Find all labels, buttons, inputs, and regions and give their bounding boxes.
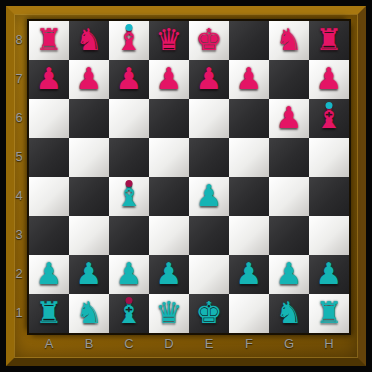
square-g2[interactable]: ♟: [269, 255, 309, 294]
file-label-c: C: [109, 336, 149, 351]
black-pawn-b7[interactable]: ♟: [69, 60, 109, 99]
white-bishop-tip-icon: [126, 297, 133, 304]
white-bishop-tip-icon: [126, 180, 133, 187]
square-e8[interactable]: ♚: [189, 21, 229, 60]
rank-label-6: 6: [11, 110, 27, 125]
black-rook-h8[interactable]: ♜: [309, 21, 349, 60]
square-f4[interactable]: [229, 177, 269, 216]
white-rook-a1[interactable]: ♜: [29, 294, 69, 333]
white-pawn-e4[interactable]: ♟: [189, 177, 229, 216]
white-pawn-a2[interactable]: ♟: [29, 255, 69, 294]
black-queen-d8[interactable]: ♛: [149, 21, 189, 60]
square-e2[interactable]: [189, 255, 229, 294]
black-knight-b8[interactable]: ♞: [69, 21, 109, 60]
square-h2[interactable]: ♟: [309, 255, 349, 294]
white-queen-d1[interactable]: ♛: [149, 294, 189, 333]
square-e3[interactable]: [189, 216, 229, 255]
chess-board: ♜♞♝♛♚♞♜♟♟♟♟♟♟♟♟♝♝♟♟♟♟♟♟♟♟♜♞♝♛♚♞♜: [29, 21, 349, 333]
square-d6[interactable]: [149, 99, 189, 138]
black-pawn-d7[interactable]: ♟: [149, 60, 189, 99]
square-c2[interactable]: ♟: [109, 255, 149, 294]
file-label-h: H: [309, 336, 349, 351]
white-king-e1[interactable]: ♚: [189, 294, 229, 333]
square-h5[interactable]: [309, 138, 349, 177]
white-pawn-h2[interactable]: ♟: [309, 255, 349, 294]
square-e5[interactable]: [189, 138, 229, 177]
square-a2[interactable]: ♟: [29, 255, 69, 294]
square-b5[interactable]: [69, 138, 109, 177]
white-knight-b1[interactable]: ♞: [69, 294, 109, 333]
square-a3[interactable]: [29, 216, 69, 255]
black-pawn-h7[interactable]: ♟: [309, 60, 349, 99]
square-e6[interactable]: [189, 99, 229, 138]
square-e1[interactable]: ♚: [189, 294, 229, 333]
black-knight-g8[interactable]: ♞: [269, 21, 309, 60]
square-c3[interactable]: [109, 216, 149, 255]
square-g6[interactable]: ♟: [269, 99, 309, 138]
square-c8[interactable]: ♝: [109, 21, 149, 60]
square-g4[interactable]: [269, 177, 309, 216]
square-b4[interactable]: [69, 177, 109, 216]
rank-label-1: 1: [11, 305, 27, 320]
rank-label-8: 8: [11, 32, 27, 47]
black-pawn-f7[interactable]: ♟: [229, 60, 269, 99]
square-f8[interactable]: [229, 21, 269, 60]
square-a7[interactable]: ♟: [29, 60, 69, 99]
square-h1[interactable]: ♜: [309, 294, 349, 333]
square-f6[interactable]: [229, 99, 269, 138]
white-pawn-c2[interactable]: ♟: [109, 255, 149, 294]
black-pawn-a7[interactable]: ♟: [29, 60, 69, 99]
black-king-e8[interactable]: ♚: [189, 21, 229, 60]
square-a1[interactable]: ♜: [29, 294, 69, 333]
black-pawn-c7[interactable]: ♟: [109, 60, 149, 99]
square-d4[interactable]: [149, 177, 189, 216]
white-rook-h1[interactable]: ♜: [309, 294, 349, 333]
rank-label-3: 3: [11, 227, 27, 242]
black-bishop-tip-icon: [126, 24, 133, 31]
square-g8[interactable]: ♞: [269, 21, 309, 60]
white-knight-g1[interactable]: ♞: [269, 294, 309, 333]
white-pawn-d2[interactable]: ♟: [149, 255, 189, 294]
square-b7[interactable]: ♟: [69, 60, 109, 99]
square-b8[interactable]: ♞: [69, 21, 109, 60]
square-f5[interactable]: [229, 138, 269, 177]
rank-label-4: 4: [11, 188, 27, 203]
square-g1[interactable]: ♞: [269, 294, 309, 333]
square-c1[interactable]: ♝: [109, 294, 149, 333]
square-b6[interactable]: [69, 99, 109, 138]
square-f1[interactable]: [229, 294, 269, 333]
square-a5[interactable]: [29, 138, 69, 177]
square-e4[interactable]: ♟: [189, 177, 229, 216]
file-label-e: E: [189, 336, 229, 351]
square-d7[interactable]: ♟: [149, 60, 189, 99]
file-label-f: F: [229, 336, 269, 351]
black-pawn-g6[interactable]: ♟: [269, 99, 309, 138]
rank-label-2: 2: [11, 266, 27, 281]
black-rook-a8[interactable]: ♜: [29, 21, 69, 60]
square-a4[interactable]: [29, 177, 69, 216]
square-g5[interactable]: [269, 138, 309, 177]
square-c4[interactable]: ♝: [109, 177, 149, 216]
square-d2[interactable]: ♟: [149, 255, 189, 294]
square-c6[interactable]: [109, 99, 149, 138]
white-pawn-b2[interactable]: ♟: [69, 255, 109, 294]
square-d5[interactable]: [149, 138, 189, 177]
square-g7[interactable]: [269, 60, 309, 99]
square-f7[interactable]: ♟: [229, 60, 269, 99]
square-b2[interactable]: ♟: [69, 255, 109, 294]
file-label-d: D: [149, 336, 189, 351]
file-label-g: G: [269, 336, 309, 351]
square-c7[interactable]: ♟: [109, 60, 149, 99]
square-h3[interactable]: [309, 216, 349, 255]
square-h8[interactable]: ♜: [309, 21, 349, 60]
file-label-a: A: [29, 336, 69, 351]
white-pawn-f2[interactable]: ♟: [229, 255, 269, 294]
white-pawn-g2[interactable]: ♟: [269, 255, 309, 294]
file-label-b: B: [69, 336, 109, 351]
black-bishop-tip-icon: [326, 102, 333, 109]
square-b3[interactable]: [69, 216, 109, 255]
square-h4[interactable]: [309, 177, 349, 216]
square-b1[interactable]: ♞: [69, 294, 109, 333]
square-h7[interactable]: ♟: [309, 60, 349, 99]
square-e7[interactable]: ♟: [189, 60, 229, 99]
square-h6[interactable]: ♝: [309, 99, 349, 138]
square-d8[interactable]: ♛: [149, 21, 189, 60]
square-c5[interactable]: [109, 138, 149, 177]
rank-label-7: 7: [11, 71, 27, 86]
rank-label-5: 5: [11, 149, 27, 164]
square-d1[interactable]: ♛: [149, 294, 189, 333]
chess-app: 87654321 ABCDEFGH ♜♞♝♛♚♞♜♟♟♟♟♟♟♟♟♝♝♟♟♟♟♟…: [0, 0, 372, 372]
square-a8[interactable]: ♜: [29, 21, 69, 60]
square-g3[interactable]: [269, 216, 309, 255]
square-d3[interactable]: [149, 216, 189, 255]
square-a6[interactable]: [29, 99, 69, 138]
square-f3[interactable]: [229, 216, 269, 255]
black-pawn-e7[interactable]: ♟: [189, 60, 229, 99]
square-f2[interactable]: ♟: [229, 255, 269, 294]
